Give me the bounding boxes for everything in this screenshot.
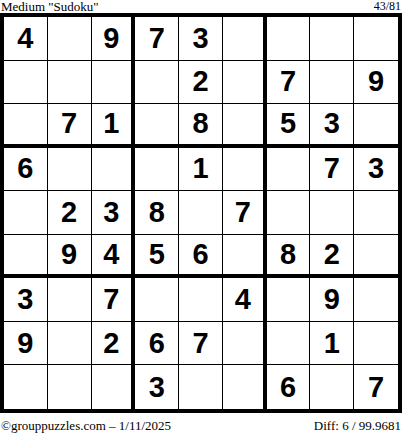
- cell-r1c9-empty[interactable]: [354, 17, 398, 61]
- cell-r8c3-given[interactable]: 2: [92, 322, 136, 366]
- cell-r4c1-given[interactable]: 6: [4, 148, 48, 192]
- cell-r1c8-empty[interactable]: [310, 17, 354, 61]
- cell-r9c7-given[interactable]: 6: [267, 365, 311, 409]
- cell-r4c8-given[interactable]: 7: [310, 148, 354, 192]
- cell-r5c8-empty[interactable]: [310, 191, 354, 235]
- cell-r3c9-empty[interactable]: [354, 104, 398, 148]
- difficulty-text: Diff: 6 / 99.9681: [314, 419, 401, 433]
- cell-r3c5-given[interactable]: 8: [179, 104, 223, 148]
- sudoku-board: 49732797185361732387945682374992671367: [0, 13, 402, 413]
- cell-r4c7-empty[interactable]: [267, 148, 311, 192]
- cell-r9c6-empty[interactable]: [223, 365, 267, 409]
- cell-r8c5-given[interactable]: 7: [179, 322, 223, 366]
- cell-r6c4-given[interactable]: 5: [135, 235, 179, 279]
- cell-r4c9-given[interactable]: 3: [354, 148, 398, 192]
- cell-r4c4-empty[interactable]: [135, 148, 179, 192]
- cell-r7c5-empty[interactable]: [179, 278, 223, 322]
- cell-r7c3-given[interactable]: 7: [92, 278, 136, 322]
- cell-r5c4-given[interactable]: 8: [135, 191, 179, 235]
- cell-r2c9-given[interactable]: 9: [354, 61, 398, 105]
- cell-r9c9-given[interactable]: 7: [354, 365, 398, 409]
- cell-r9c2-empty[interactable]: [48, 365, 92, 409]
- cell-r3c4-empty[interactable]: [135, 104, 179, 148]
- cell-r3c3-given[interactable]: 1: [92, 104, 136, 148]
- cell-r2c3-empty[interactable]: [92, 61, 136, 105]
- sudoku-page: Medium "Sudoku" 43/81 497327971853617323…: [0, 0, 402, 437]
- cell-r1c6-empty[interactable]: [223, 17, 267, 61]
- cell-r5c2-given[interactable]: 2: [48, 191, 92, 235]
- cell-r7c9-empty[interactable]: [354, 278, 398, 322]
- cell-r9c8-empty[interactable]: [310, 365, 354, 409]
- cell-r2c7-given[interactable]: 7: [267, 61, 311, 105]
- cell-r9c1-empty[interactable]: [4, 365, 48, 409]
- copyright-text: ©grouppuzzles.com – 1/11/2025: [1, 419, 171, 433]
- cell-r7c2-empty[interactable]: [48, 278, 92, 322]
- cell-r5c9-empty[interactable]: [354, 191, 398, 235]
- cell-r3c1-empty[interactable]: [4, 104, 48, 148]
- cell-r1c2-empty[interactable]: [48, 17, 92, 61]
- cell-r8c8-given[interactable]: 1: [310, 322, 354, 366]
- cell-r5c5-empty[interactable]: [179, 191, 223, 235]
- cell-r5c3-given[interactable]: 3: [92, 191, 136, 235]
- cell-r8c9-empty[interactable]: [354, 322, 398, 366]
- cell-r2c1-empty[interactable]: [4, 61, 48, 105]
- cell-r1c4-given[interactable]: 7: [135, 17, 179, 61]
- cell-r6c9-empty[interactable]: [354, 235, 398, 279]
- cell-r9c4-given[interactable]: 3: [135, 365, 179, 409]
- footer: ©grouppuzzles.com – 1/11/2025 Diff: 6 / …: [0, 413, 402, 437]
- cell-r3c7-given[interactable]: 5: [267, 104, 311, 148]
- cell-r2c4-empty[interactable]: [135, 61, 179, 105]
- cell-r8c7-empty[interactable]: [267, 322, 311, 366]
- cell-r7c7-empty[interactable]: [267, 278, 311, 322]
- cell-r6c5-given[interactable]: 6: [179, 235, 223, 279]
- cell-r9c5-empty[interactable]: [179, 365, 223, 409]
- cell-r4c2-empty[interactable]: [48, 148, 92, 192]
- cell-r6c1-empty[interactable]: [4, 235, 48, 279]
- puzzle-title: Medium "Sudoku": [1, 0, 99, 13]
- cell-r4c5-given[interactable]: 1: [179, 148, 223, 192]
- cell-r6c3-given[interactable]: 4: [92, 235, 136, 279]
- cell-r1c7-empty[interactable]: [267, 17, 311, 61]
- cell-r6c7-given[interactable]: 8: [267, 235, 311, 279]
- cell-r1c5-given[interactable]: 3: [179, 17, 223, 61]
- cell-r7c8-given[interactable]: 9: [310, 278, 354, 322]
- cell-r3c2-given[interactable]: 7: [48, 104, 92, 148]
- cell-r6c2-given[interactable]: 9: [48, 235, 92, 279]
- cell-r3c8-given[interactable]: 3: [310, 104, 354, 148]
- puzzle-counter: 43/81: [374, 0, 401, 13]
- cell-r8c4-given[interactable]: 6: [135, 322, 179, 366]
- cell-r2c8-empty[interactable]: [310, 61, 354, 105]
- cell-r3c6-empty[interactable]: [223, 104, 267, 148]
- cell-r5c1-empty[interactable]: [4, 191, 48, 235]
- cell-r8c6-empty[interactable]: [223, 322, 267, 366]
- cell-r2c2-empty[interactable]: [48, 61, 92, 105]
- cell-r6c6-empty[interactable]: [223, 235, 267, 279]
- cell-r1c3-given[interactable]: 9: [92, 17, 136, 61]
- cell-r7c4-empty[interactable]: [135, 278, 179, 322]
- cell-r7c1-given[interactable]: 3: [4, 278, 48, 322]
- cell-r1c1-given[interactable]: 4: [4, 17, 48, 61]
- cell-r8c2-empty[interactable]: [48, 322, 92, 366]
- cell-r5c7-empty[interactable]: [267, 191, 311, 235]
- cell-r4c6-empty[interactable]: [223, 148, 267, 192]
- cell-r4c3-empty[interactable]: [92, 148, 136, 192]
- cell-r6c8-given[interactable]: 2: [310, 235, 354, 279]
- cell-r2c5-given[interactable]: 2: [179, 61, 223, 105]
- cell-r8c1-given[interactable]: 9: [4, 322, 48, 366]
- header: Medium "Sudoku" 43/81: [0, 0, 402, 13]
- cell-r9c3-empty[interactable]: [92, 365, 136, 409]
- cell-r2c6-empty[interactable]: [223, 61, 267, 105]
- cell-r5c6-given[interactable]: 7: [223, 191, 267, 235]
- cell-r7c6-given[interactable]: 4: [223, 278, 267, 322]
